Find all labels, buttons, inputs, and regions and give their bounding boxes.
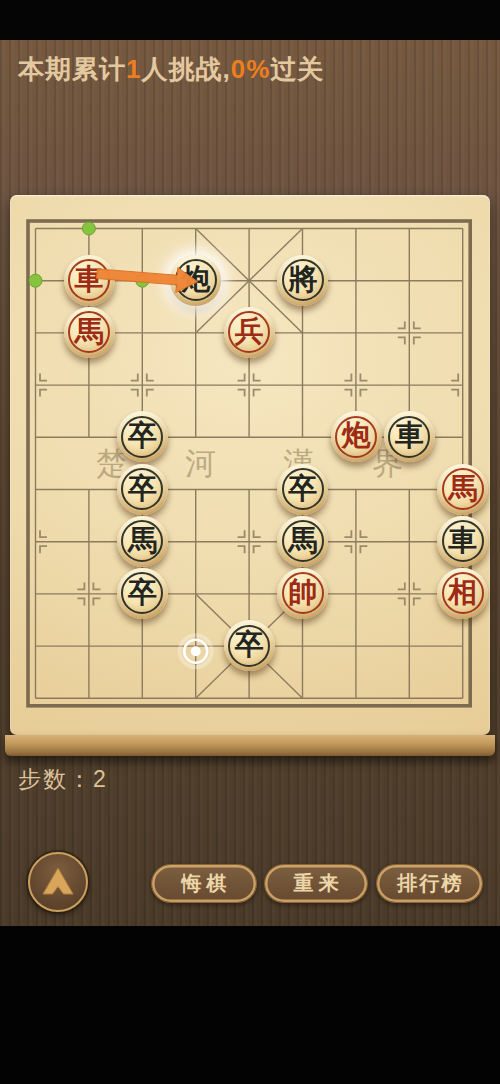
piece-glyph: 炮 [342,421,371,450]
step-counter: 步数：2 [18,764,108,795]
status-bar [0,0,500,40]
piece-glyph: 馬 [128,526,157,555]
piece-glyph: 卒 [235,630,264,659]
board-bevel-edge [5,735,495,756]
piece-glyph: 車 [448,526,477,555]
piece-black-卒[interactable]: 卒 [117,464,168,515]
stats-challengers-count: 1 [126,54,141,84]
piece-red-馬[interactable]: 馬 [64,307,115,358]
restart-button[interactable]: 重来 [264,864,368,903]
piece-black-卒[interactable]: 卒 [117,568,168,619]
piece-glyph: 馬 [448,474,477,503]
stats-prefix: 本期累计 [18,54,126,84]
piece-glyph: 將 [288,265,317,294]
android-nav-bar: Bai du 经验 jingyan.baidu.com [0,926,500,1084]
piece-red-帥[interactable]: 帥 [277,568,328,619]
piece-glyph: 兵 [235,317,264,346]
piece-black-將[interactable]: 將 [277,255,328,306]
undo-move-button[interactable]: 悔棋 [151,864,257,903]
app-screen: 本期累计1人挑战,0%过关 楚 河漢 界 車炮將馬兵卒炮車卒卒馬馬馬車卒帥相卒 … [0,0,500,1084]
challenge-stats-text: 本期累计1人挑战,0%过关 [18,52,324,87]
stats-pass-rate: 0% [231,54,271,84]
piece-glyph: 馬 [75,317,104,346]
piece-red-兵[interactable]: 兵 [224,307,275,358]
piece-glyph: 馬 [288,526,317,555]
chevron-up-icon [39,865,77,899]
stats-middle: 人挑战, [141,54,230,84]
piece-glyph: 帥 [288,578,317,607]
step-counter-value: 2 [93,766,108,792]
leaderboard-button[interactable]: 排行榜 [376,864,483,903]
piece-black-卒[interactable]: 卒 [117,411,168,462]
pieces-layer: 車炮將馬兵卒炮車卒卒馬馬馬車卒帥相卒 [9,202,490,724]
step-counter-label: 步数： [18,766,93,792]
piece-glyph: 卒 [288,474,317,503]
xiangqi-board[interactable]: 楚 河漢 界 車炮將馬兵卒炮車卒卒馬馬馬車卒帥相卒 [10,195,490,735]
piece-glyph: 卒 [128,578,157,607]
piece-black-卒[interactable]: 卒 [224,620,275,671]
piece-red-相[interactable]: 相 [437,568,488,619]
piece-black-馬[interactable]: 馬 [117,516,168,567]
piece-glyph: 卒 [128,474,157,503]
piece-glyph: 車 [395,421,424,450]
piece-glyph: 卒 [128,421,157,450]
piece-black-炮[interactable]: 炮 [170,255,221,306]
piece-red-車[interactable]: 車 [64,255,115,306]
piece-red-炮[interactable]: 炮 [331,411,382,462]
piece-black-卒[interactable]: 卒 [277,464,328,515]
stats-suffix: 过关 [270,54,324,84]
piece-black-馬[interactable]: 馬 [277,516,328,567]
expand-button[interactable] [28,852,88,912]
piece-glyph: 相 [448,578,477,607]
piece-black-車[interactable]: 車 [384,411,435,462]
piece-glyph: 炮 [181,265,210,294]
piece-glyph: 車 [75,265,104,294]
piece-red-馬[interactable]: 馬 [437,464,488,515]
piece-black-車[interactable]: 車 [437,516,488,567]
